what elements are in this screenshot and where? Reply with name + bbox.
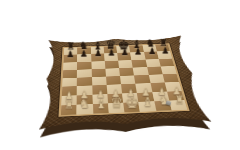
square-e1: ♚ [123, 102, 140, 112]
product-photo: ♜♞♝♛♚♝♞♜♟♟♟♟♟♟♟♟♟♟♟♟♟♟♟♟♜♞♝♛♚♝♞♜ [0, 0, 240, 150]
scene: ♜♞♝♛♚♝♞♜♟♟♟♟♟♟♟♟♟♟♟♟♟♟♟♟♜♞♝♛♚♝♞♜ [0, 0, 240, 150]
square-d1: ♛ [108, 103, 125, 114]
square-e3 [121, 84, 137, 93]
square-c1: ♝ [92, 103, 108, 114]
square-h1: ♜ [169, 100, 187, 110]
square-e6 [118, 60, 133, 68]
square-a4 [62, 78, 77, 87]
chess-board: ♜♞♝♛♚♝♞♜♟♟♟♟♟♟♟♟♟♟♟♟♟♟♟♟♜♞♝♛♚♝♞♜ [39, 36, 211, 130]
square-f3 [136, 83, 152, 92]
square-e4 [120, 75, 136, 84]
